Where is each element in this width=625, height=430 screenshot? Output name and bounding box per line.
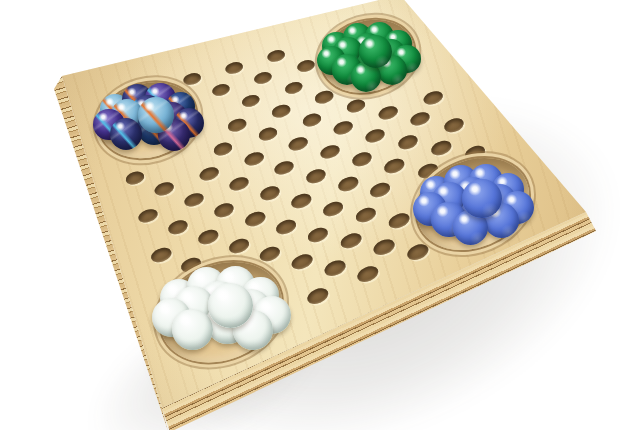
board-hole[interactable] xyxy=(314,89,335,106)
board-hole[interactable] xyxy=(304,167,327,186)
board-hole[interactable] xyxy=(266,49,286,64)
board-hole[interactable] xyxy=(386,211,411,232)
marble-white[interactable] xyxy=(208,283,253,328)
board-hole[interactable] xyxy=(353,205,378,225)
marble-galaxy[interactable] xyxy=(138,97,174,133)
board-hole[interactable] xyxy=(240,93,261,109)
board-hole[interactable] xyxy=(242,150,264,168)
board-hole[interactable] xyxy=(405,241,431,263)
board-hole[interactable] xyxy=(212,140,234,157)
board-hole[interactable] xyxy=(227,116,248,133)
board-hole[interactable] xyxy=(153,181,175,199)
board-hole[interactable] xyxy=(396,133,419,152)
board-hole[interactable] xyxy=(287,135,309,153)
board-hole[interactable] xyxy=(283,80,304,96)
board-hole[interactable] xyxy=(211,82,231,98)
board-hole[interactable] xyxy=(226,236,250,256)
board-hole[interactable] xyxy=(345,97,367,114)
board-hole[interactable] xyxy=(321,199,345,219)
board-hole[interactable] xyxy=(377,104,399,122)
board-hole[interactable] xyxy=(137,207,160,225)
board-hole[interactable] xyxy=(258,184,281,203)
board-hole[interactable] xyxy=(318,143,341,161)
board-hole[interactable] xyxy=(124,169,146,186)
board-hole[interactable] xyxy=(289,251,314,272)
board-hole[interactable] xyxy=(355,263,381,285)
board-hole[interactable] xyxy=(305,285,331,307)
board-hole[interactable] xyxy=(289,192,313,211)
board-hole[interactable] xyxy=(295,58,315,74)
board-hole[interactable] xyxy=(371,236,397,257)
board-hole[interactable] xyxy=(364,126,387,144)
board-hole[interactable] xyxy=(336,174,360,193)
marble-green[interactable] xyxy=(359,35,393,69)
board-hole[interactable] xyxy=(243,210,267,229)
board-hole[interactable] xyxy=(212,201,235,220)
board-hole[interactable] xyxy=(368,180,392,200)
board-hole[interactable] xyxy=(409,110,432,128)
board-hole[interactable] xyxy=(166,218,189,237)
board-hole[interactable] xyxy=(332,119,354,137)
marble-board-scene xyxy=(0,0,625,430)
board-hole[interactable] xyxy=(274,217,298,237)
board-hole[interactable] xyxy=(429,138,453,157)
marble-blue[interactable] xyxy=(462,179,501,218)
board-hole[interactable] xyxy=(253,70,273,86)
board-hole[interactable] xyxy=(182,191,205,209)
board-hole[interactable] xyxy=(350,150,373,169)
board-hole[interactable] xyxy=(301,111,323,128)
board-hole[interactable] xyxy=(258,244,283,264)
board-hole[interactable] xyxy=(270,103,291,120)
board-hole[interactable] xyxy=(442,116,465,135)
board-hole[interactable] xyxy=(196,227,220,246)
board-hole[interactable] xyxy=(421,89,443,107)
board-hole[interactable] xyxy=(382,156,406,175)
board-hole[interactable] xyxy=(322,258,348,279)
board-hole[interactable] xyxy=(228,175,251,193)
marble-white[interactable] xyxy=(172,309,213,350)
board-hole[interactable] xyxy=(257,126,279,143)
board-hole[interactable] xyxy=(273,159,296,177)
board-hole[interactable] xyxy=(182,71,202,86)
board-hole[interactable] xyxy=(224,60,244,75)
board-hole[interactable] xyxy=(149,245,173,264)
board-hole[interactable] xyxy=(338,231,363,252)
board-hole[interactable] xyxy=(198,165,220,183)
board-hole[interactable] xyxy=(306,225,331,245)
